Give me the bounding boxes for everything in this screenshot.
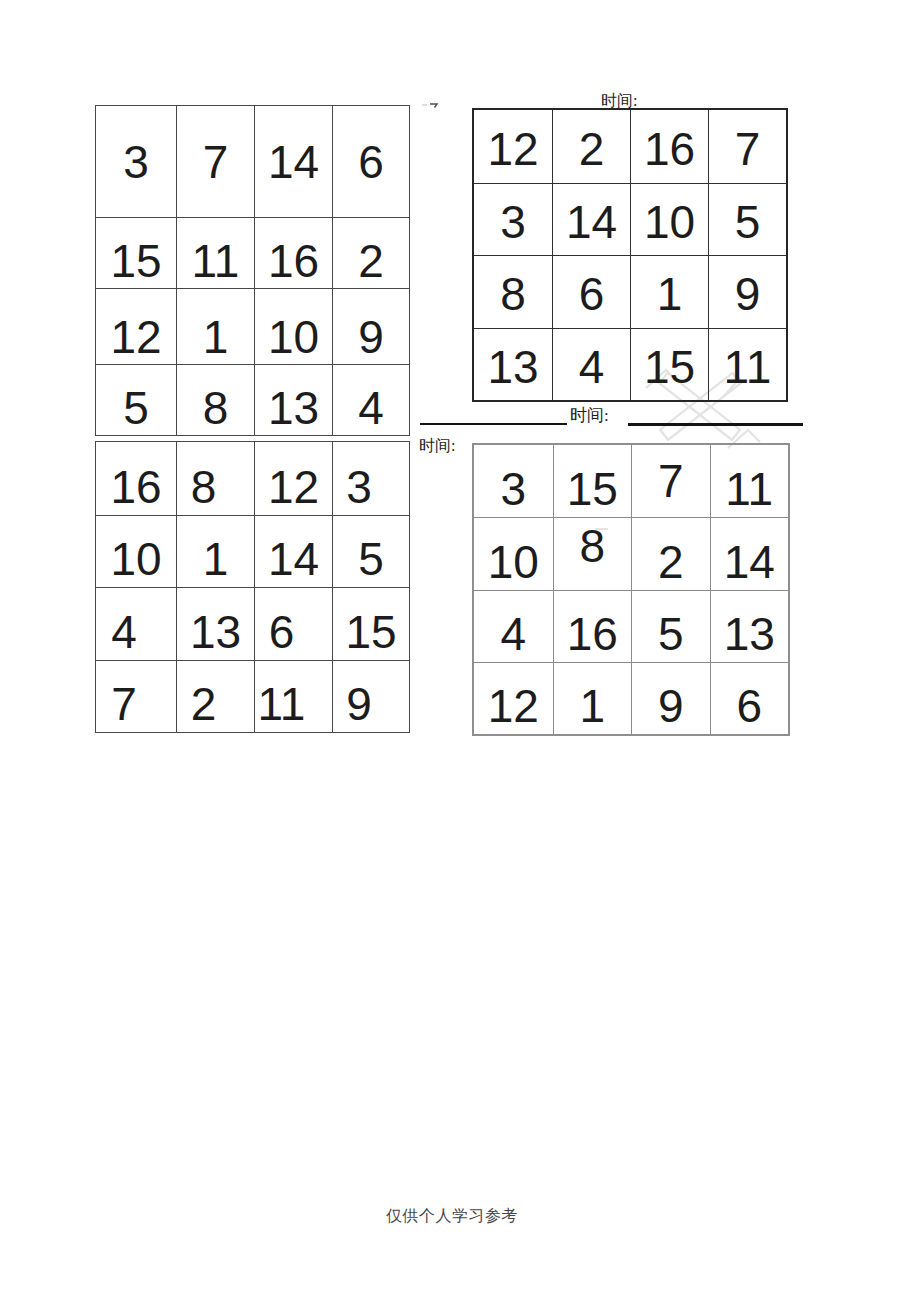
grid-top-left-cell-r3c2: 1 [176, 288, 254, 364]
grid-bottom-left-cell-r3c3: 6 [254, 587, 332, 660]
time-label-left: 时间: [419, 436, 455, 457]
cell-value: 5 [658, 611, 684, 657]
cell-value: 2 [191, 681, 217, 727]
cell-value: 10 [268, 314, 319, 360]
cell-value: 6 [736, 683, 762, 729]
grid-top-right-cell-r4c4: 11 [708, 328, 786, 401]
cell-value: 12 [488, 683, 539, 729]
grid-top-right-cell-r2c4: 5 [708, 183, 786, 256]
cell-value: 5 [735, 199, 761, 245]
cell-value: 7 [735, 126, 761, 172]
cell-value: 10 [488, 539, 539, 585]
cell-value: 15 [567, 466, 618, 512]
cell-value: 11 [725, 466, 773, 512]
grid-bottom-left-cell-r3c2: 13 [176, 587, 254, 660]
grid-top-left-cell-r2c1: 15 [96, 217, 176, 288]
grid-bottom-right-cell-r3c4: 13 [710, 590, 789, 662]
grid-top-left-cell-r2c2: 11 [176, 217, 254, 288]
grid-bottom-left-cell-r3c1: 4 [96, 587, 176, 660]
grid-bottom-left-cell-r4c2: 2 [176, 660, 254, 733]
grid-top-left-cell-r2c3: 16 [254, 217, 332, 288]
grid-bottom-right-cell-r3c2: 16 [553, 590, 632, 662]
cell-value: 1 [579, 683, 605, 729]
cell-value: 12 [268, 464, 319, 510]
cell-value: 6 [358, 139, 384, 185]
time-label-middle: 时间: [570, 404, 609, 427]
cell-value: 16 [567, 611, 618, 657]
grid-bottom-right-cell-r1c4: 11 [710, 445, 789, 517]
grid-top-left-cell-r1c1: 3 [96, 106, 176, 217]
grid-bottom-right-cell-r4c1: 12 [474, 662, 553, 734]
grid-top-left-cell-r4c3: 13 [254, 364, 332, 435]
cell-value: 11 [192, 238, 240, 284]
time-label-top: 时间: [601, 91, 637, 112]
grid-bottom-left-cell-r2c3: 14 [254, 515, 332, 588]
cell-value: 15 [345, 609, 396, 655]
grid-bottom-right-cell-r2c3: 2 [631, 517, 710, 589]
schulte-grid-2: 12216731410586191341511 [472, 108, 788, 402]
schulte-grid-3: 16812310114541361572119 [95, 441, 410, 733]
grid-bottom-left-cell-r2c1: 10 [96, 515, 176, 588]
grid-top-right-cell-r4c3: 15 [630, 328, 708, 401]
cell-value: 12 [487, 126, 538, 172]
cell-value: 4 [500, 611, 526, 657]
time-underline-right [628, 423, 803, 426]
cell-value: 13 [268, 385, 319, 431]
cell-value: 9 [658, 683, 684, 729]
grid-top-right-cell-r3c1: 8 [474, 255, 552, 328]
grid-bottom-left-cell-r1c2: 8 [176, 442, 254, 515]
grid-top-right-cell-r3c4: 9 [708, 255, 786, 328]
cell-value: 15 [644, 344, 695, 390]
grid-bottom-left-cell-r4c1: 7 [96, 660, 176, 733]
cell-value: 13 [190, 609, 241, 655]
cell-value: 13 [724, 611, 775, 657]
grid-top-right-cell-r1c1: 12 [474, 110, 552, 183]
cell-value: 11 [724, 344, 772, 390]
grid-top-right-cell-r4c1: 13 [474, 328, 552, 401]
grid-bottom-right-cell-r1c1: 3 [474, 445, 553, 517]
worksheet-page: 时间: 时间: 时间: 37146151116212110958134 1221… [0, 0, 920, 1303]
grid-top-left-cell-r3c1: 12 [96, 288, 176, 364]
cell-value: 3 [346, 464, 372, 510]
cell-value: 10 [110, 536, 161, 582]
cell-value: 14 [268, 139, 319, 185]
cell-value: 2 [358, 238, 384, 284]
cell-value: 9 [735, 271, 761, 317]
cell-value: 14 [566, 199, 617, 245]
cell-value: 16 [110, 464, 161, 510]
faint-scan-artifact [595, 528, 608, 530]
cell-value: 4 [111, 609, 137, 655]
grid-bottom-right-cell-r3c1: 4 [474, 590, 553, 662]
cell-value: 1 [203, 314, 229, 360]
grid-bottom-left-cell-r2c2: 1 [176, 515, 254, 588]
cell-value: 8 [203, 385, 229, 431]
grid-top-left-cell-r3c3: 10 [254, 288, 332, 364]
cell-value: 2 [579, 126, 605, 172]
grid-bottom-left-cell-r1c4: 3 [332, 442, 409, 515]
cell-value: 12 [110, 314, 161, 360]
grid-top-left-cell-r1c4: 6 [332, 106, 409, 217]
grid-top-left-cell-r3c4: 9 [332, 288, 409, 364]
cell-value: 15 [110, 238, 161, 284]
grid-bottom-right-cell-r1c2: 15 [553, 445, 632, 517]
cell-value: 4 [358, 385, 384, 431]
grid-top-left-cell-r1c3: 14 [254, 106, 332, 217]
cell-value: 7 [658, 458, 684, 504]
schulte-grid-1: 37146151116212110958134 [95, 105, 410, 436]
grid-bottom-left-cell-r4c4: 9 [332, 660, 409, 733]
grid-top-right-cell-r1c4: 7 [708, 110, 786, 183]
grid-top-left-cell-r4c2: 8 [176, 364, 254, 435]
grid-bottom-right-cell-r4c3: 9 [631, 662, 710, 734]
cell-value: 3 [500, 466, 526, 512]
grid-top-left-cell-r4c4: 4 [332, 364, 409, 435]
cell-value: 5 [358, 536, 384, 582]
cell-value: 16 [268, 238, 319, 284]
grid-top-right-cell-r4c2: 4 [552, 328, 630, 401]
grid-bottom-right-cell-r2c2: 8 [553, 517, 632, 589]
schulte-grid-4: 31571110821441651312196 [472, 443, 790, 736]
grid-top-left-cell-r1c2: 7 [176, 106, 254, 217]
cell-value: 6 [269, 609, 295, 655]
cell-value: 3 [500, 199, 526, 245]
grid-bottom-right-cell-r4c2: 1 [553, 662, 632, 734]
cell-value: 5 [123, 385, 149, 431]
grid-bottom-left-cell-r2c4: 5 [332, 515, 409, 588]
cell-value: 13 [487, 344, 538, 390]
cell-value: 4 [579, 344, 605, 390]
grid-bottom-left-cell-r4c3: 11 [254, 660, 332, 733]
grid-top-left-cell-r4c1: 5 [96, 364, 176, 435]
grid-bottom-right-cell-r1c3: 7 [631, 445, 710, 517]
footer-note: 仅供个人学习参考 [386, 1206, 518, 1227]
cell-value: 1 [657, 271, 683, 317]
stray-mark [421, 100, 441, 110]
cell-value: 11 [258, 681, 306, 727]
cell-value: 14 [724, 539, 775, 585]
time-underline-left [420, 423, 567, 425]
grid-top-right-cell-r3c3: 1 [630, 255, 708, 328]
cell-value: 7 [203, 139, 229, 185]
grid-bottom-right-cell-r2c4: 14 [710, 517, 789, 589]
grid-bottom-right-cell-r2c1: 10 [474, 517, 553, 589]
grid-top-right-cell-r2c2: 14 [552, 183, 630, 256]
grid-top-right-cell-r2c3: 10 [630, 183, 708, 256]
cell-value: 9 [358, 314, 384, 360]
cell-value: 14 [268, 536, 319, 582]
grid-bottom-left-cell-r1c3: 12 [254, 442, 332, 515]
cell-value: 8 [191, 464, 217, 510]
grid-top-right-cell-r2c1: 3 [474, 183, 552, 256]
grid-bottom-right-cell-r4c4: 6 [710, 662, 789, 734]
cell-value: 9 [346, 681, 372, 727]
grid-bottom-right-cell-r3c3: 5 [631, 590, 710, 662]
cell-value: 7 [111, 681, 137, 727]
cell-value: 16 [644, 126, 695, 172]
cell-value: 1 [203, 536, 229, 582]
grid-top-right-cell-r3c2: 6 [552, 255, 630, 328]
cell-value: 3 [123, 139, 149, 185]
cell-value: 6 [579, 271, 605, 317]
cell-value: 2 [658, 539, 684, 585]
grid-bottom-left-cell-r3c4: 15 [332, 587, 409, 660]
grid-top-right-cell-r1c3: 16 [630, 110, 708, 183]
cell-value: 8 [500, 271, 526, 317]
cell-value: 10 [644, 199, 695, 245]
grid-top-right-cell-r1c2: 2 [552, 110, 630, 183]
grid-bottom-left-cell-r1c1: 16 [96, 442, 176, 515]
grid-top-left-cell-r2c4: 2 [332, 217, 409, 288]
